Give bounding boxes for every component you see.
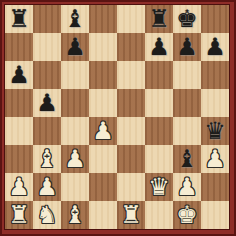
square-f3[interactable] bbox=[145, 145, 173, 173]
square-f1[interactable] bbox=[145, 201, 173, 229]
square-h5[interactable] bbox=[201, 89, 229, 117]
square-d3[interactable] bbox=[89, 145, 117, 173]
square-h8[interactable] bbox=[201, 5, 229, 33]
chess-board: ♜♝♜♚♟♟♟♟♟♟♟♛♝♟♝♟♟♟♛♟♜♞♝♜♚ bbox=[5, 5, 229, 229]
white-pawn[interactable]: ♟ bbox=[92, 117, 114, 145]
square-g8[interactable]: ♚ bbox=[173, 5, 201, 33]
square-h3[interactable]: ♟ bbox=[201, 145, 229, 173]
square-b8[interactable] bbox=[33, 5, 61, 33]
square-b5[interactable]: ♟ bbox=[33, 89, 61, 117]
square-f4[interactable] bbox=[145, 117, 173, 145]
square-f6[interactable] bbox=[145, 61, 173, 89]
square-g6[interactable] bbox=[173, 61, 201, 89]
square-d2[interactable] bbox=[89, 173, 117, 201]
black-rook[interactable]: ♜ bbox=[148, 5, 170, 33]
square-f5[interactable] bbox=[145, 89, 173, 117]
square-a6[interactable]: ♟ bbox=[5, 61, 33, 89]
square-a1[interactable]: ♜ bbox=[5, 201, 33, 229]
square-c2[interactable] bbox=[61, 173, 89, 201]
white-rook[interactable]: ♜ bbox=[8, 201, 30, 229]
square-h6[interactable] bbox=[201, 61, 229, 89]
square-a7[interactable] bbox=[5, 33, 33, 61]
square-f7[interactable]: ♟ bbox=[145, 33, 173, 61]
square-e5[interactable] bbox=[117, 89, 145, 117]
square-c3[interactable]: ♟ bbox=[61, 145, 89, 173]
white-pawn[interactable]: ♟ bbox=[176, 173, 198, 201]
square-c5[interactable] bbox=[61, 89, 89, 117]
square-d4[interactable]: ♟ bbox=[89, 117, 117, 145]
square-b7[interactable] bbox=[33, 33, 61, 61]
square-d7[interactable] bbox=[89, 33, 117, 61]
square-g7[interactable]: ♟ bbox=[173, 33, 201, 61]
square-h1[interactable] bbox=[201, 201, 229, 229]
black-pawn[interactable]: ♟ bbox=[204, 33, 226, 61]
black-king[interactable]: ♚ bbox=[176, 5, 198, 33]
square-d8[interactable] bbox=[89, 5, 117, 33]
square-e4[interactable] bbox=[117, 117, 145, 145]
white-bishop[interactable]: ♝ bbox=[64, 201, 86, 229]
square-c4[interactable] bbox=[61, 117, 89, 145]
square-h4[interactable]: ♛ bbox=[201, 117, 229, 145]
black-queen[interactable]: ♛ bbox=[204, 117, 226, 145]
square-e3[interactable] bbox=[117, 145, 145, 173]
square-a3[interactable] bbox=[5, 145, 33, 173]
square-c8[interactable]: ♝ bbox=[61, 5, 89, 33]
square-a2[interactable]: ♟ bbox=[5, 173, 33, 201]
black-bishop[interactable]: ♝ bbox=[176, 145, 198, 173]
square-d5[interactable] bbox=[89, 89, 117, 117]
black-pawn[interactable]: ♟ bbox=[64, 33, 86, 61]
square-e1[interactable]: ♜ bbox=[117, 201, 145, 229]
white-knight[interactable]: ♞ bbox=[36, 201, 58, 229]
white-king[interactable]: ♚ bbox=[176, 201, 198, 229]
square-a5[interactable] bbox=[5, 89, 33, 117]
white-pawn[interactable]: ♟ bbox=[8, 173, 30, 201]
square-c7[interactable]: ♟ bbox=[61, 33, 89, 61]
square-g5[interactable] bbox=[173, 89, 201, 117]
square-d1[interactable] bbox=[89, 201, 117, 229]
black-pawn[interactable]: ♟ bbox=[176, 33, 198, 61]
square-c1[interactable]: ♝ bbox=[61, 201, 89, 229]
white-bishop[interactable]: ♝ bbox=[36, 145, 58, 173]
square-a4[interactable] bbox=[5, 117, 33, 145]
black-bishop[interactable]: ♝ bbox=[64, 5, 86, 33]
white-pawn[interactable]: ♟ bbox=[64, 145, 86, 173]
square-e7[interactable] bbox=[117, 33, 145, 61]
square-f2[interactable]: ♛ bbox=[145, 173, 173, 201]
square-g4[interactable] bbox=[173, 117, 201, 145]
black-rook[interactable]: ♜ bbox=[8, 5, 30, 33]
square-f8[interactable]: ♜ bbox=[145, 5, 173, 33]
square-b2[interactable]: ♟ bbox=[33, 173, 61, 201]
black-pawn[interactable]: ♟ bbox=[36, 89, 58, 117]
square-g3[interactable]: ♝ bbox=[173, 145, 201, 173]
white-rook[interactable]: ♜ bbox=[120, 201, 142, 229]
square-b1[interactable]: ♞ bbox=[33, 201, 61, 229]
square-e2[interactable] bbox=[117, 173, 145, 201]
square-g1[interactable]: ♚ bbox=[173, 201, 201, 229]
black-pawn[interactable]: ♟ bbox=[8, 61, 30, 89]
square-c6[interactable] bbox=[61, 61, 89, 89]
white-queen[interactable]: ♛ bbox=[148, 173, 170, 201]
square-b3[interactable]: ♝ bbox=[33, 145, 61, 173]
square-h2[interactable] bbox=[201, 173, 229, 201]
square-a8[interactable]: ♜ bbox=[5, 5, 33, 33]
black-pawn[interactable]: ♟ bbox=[148, 33, 170, 61]
square-d6[interactable] bbox=[89, 61, 117, 89]
square-e6[interactable] bbox=[117, 61, 145, 89]
white-pawn[interactable]: ♟ bbox=[36, 173, 58, 201]
square-b4[interactable] bbox=[33, 117, 61, 145]
square-b6[interactable] bbox=[33, 61, 61, 89]
square-g2[interactable]: ♟ bbox=[173, 173, 201, 201]
square-e8[interactable] bbox=[117, 5, 145, 33]
board-frame: ♜♝♜♚♟♟♟♟♟♟♟♛♝♟♝♟♟♟♛♟♜♞♝♜♚ bbox=[0, 0, 236, 236]
white-pawn[interactable]: ♟ bbox=[204, 145, 226, 173]
square-h7[interactable]: ♟ bbox=[201, 33, 229, 61]
